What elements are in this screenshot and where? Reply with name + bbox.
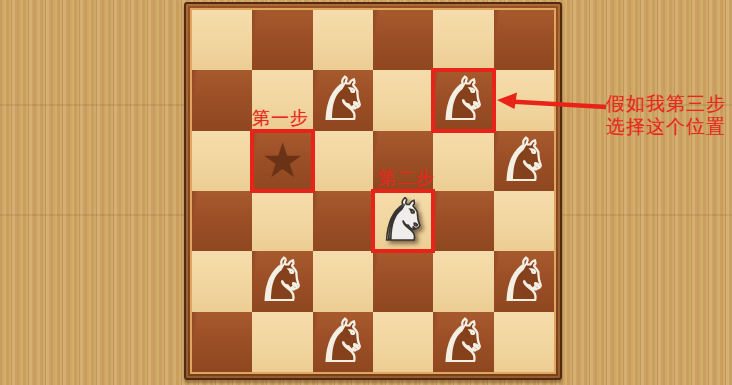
square-r6c1[interactable] [192,312,252,372]
square-r1c2[interactable] [252,10,312,70]
arrow-note-line2: 选择这个位置 [606,115,726,138]
knight-marker-icon: ♞ [313,312,373,372]
knight-puzzle-screen: { "game": "chess knight path puzzle", "b… [0,0,732,385]
square-r2c6[interactable] [494,70,554,130]
knight-marker-icon: ♞ [494,251,554,311]
step2-label: 第二步 [378,166,435,190]
highlight-box [371,189,435,253]
square-r5c1[interactable] [192,251,252,311]
square-r3c5[interactable] [433,131,493,191]
square-r5c4[interactable] [373,251,433,311]
arrow-note-line1: 假如我第三步 [606,92,726,115]
square-r4c5[interactable] [433,191,493,251]
highlight-box [431,68,495,132]
square-r3c3[interactable] [313,131,373,191]
square-r5c3[interactable] [313,251,373,311]
square-r6c6[interactable] [494,312,554,372]
square-r3c2[interactable]: ★ [252,131,312,191]
square-r3c6[interactable]: ♞ [494,131,554,191]
square-r6c4[interactable] [373,312,433,372]
white-knight-icon: ♞ [373,191,433,251]
square-r4c1[interactable] [192,191,252,251]
square-r2c3[interactable]: ♞ [313,70,373,130]
square-r5c2[interactable]: ♞ [252,251,312,311]
square-r1c1[interactable] [192,10,252,70]
board-grid: ♞♞★♞♞♞♞♞♞ [192,10,554,372]
square-r1c5[interactable] [433,10,493,70]
knight-marker-icon: ♞ [433,70,493,130]
square-r3c1[interactable] [192,131,252,191]
knight-marker-icon: ♞ [313,70,373,130]
knight-marker-icon: ♞ [494,131,554,191]
square-r1c6[interactable] [494,10,554,70]
square-r4c3[interactable] [313,191,373,251]
knight-marker-icon: ♞ [433,312,493,372]
square-r1c4[interactable] [373,10,433,70]
square-r1c3[interactable] [313,10,373,70]
square-r4c4[interactable]: ♞ [373,191,433,251]
square-r2c1[interactable] [192,70,252,130]
square-r4c6[interactable] [494,191,554,251]
step1-label: 第一步 [252,106,309,130]
highlight-box [250,129,314,193]
square-r2c4[interactable] [373,70,433,130]
square-r6c2[interactable] [252,312,312,372]
square-r2c5[interactable]: ♞ [433,70,493,130]
star-target-icon: ★ [252,131,312,191]
square-r5c5[interactable] [433,251,493,311]
square-r6c3[interactable]: ♞ [313,312,373,372]
arrow-note: 假如我第三步 选择这个位置 [606,92,726,138]
square-r5c6[interactable]: ♞ [494,251,554,311]
square-r4c2[interactable] [252,191,312,251]
chess-board: ♞♞★♞♞♞♞♞♞ 第一步 第二步 [184,2,562,380]
square-r6c5[interactable]: ♞ [433,312,493,372]
knight-marker-icon: ♞ [252,251,312,311]
